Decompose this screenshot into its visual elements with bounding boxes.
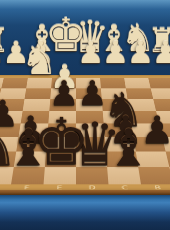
chess-app-screen: GFEDCB ♜♞♝♛♚♝♜♟♟♟♟♟♟♟♟♞♜♝♛♚♝♞♜♟♟♟♟♟♟♞♟♟ — [0, 0, 170, 230]
piece-black-knight-g8[interactable]: ♞ — [0, 122, 21, 174]
square-a2[interactable] — [151, 88, 170, 99]
water-table-surface — [0, 191, 170, 230]
board-front-edge — [0, 190, 170, 195]
piece-white-pawn-h2[interactable]: ♟ — [0, 38, 6, 68]
square-a1[interactable] — [148, 78, 170, 88]
